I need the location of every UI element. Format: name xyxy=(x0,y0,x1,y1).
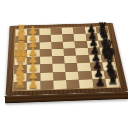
square[interactable]: ♟ xyxy=(27,81,40,90)
board-frame: ♜♟♟♜♞♟♟♞♝♟♟♝♛♟♟♛♚♟♟♚♝♟♟♝♞♟♟♞♜♟♟♜ xyxy=(6,23,128,96)
piece-black-rook[interactable]: ♜ xyxy=(107,73,119,86)
square[interactable] xyxy=(40,80,53,89)
square[interactable] xyxy=(51,49,64,57)
chess-set-photo: ♜♟♟♜♞♟♟♞♝♟♟♝♛♟♟♛♚♟♟♚♝♟♟♝♞♟♟♞♜♟♟♜ xyxy=(0,0,128,128)
square[interactable] xyxy=(65,71,79,80)
square[interactable]: ♜ xyxy=(14,81,27,90)
square[interactable] xyxy=(65,63,78,71)
square[interactable] xyxy=(66,80,80,89)
piece-black-pawn[interactable]: ♟ xyxy=(95,76,105,87)
square[interactable]: ♜ xyxy=(105,78,120,87)
square[interactable] xyxy=(39,42,51,50)
piece-white-rook[interactable]: ♜ xyxy=(14,77,26,90)
square[interactable] xyxy=(40,72,53,81)
square[interactable]: ♟ xyxy=(92,79,106,88)
square[interactable] xyxy=(39,49,51,57)
board-grid: ♜♟♟♜♞♟♟♞♝♟♟♝♛♟♟♛♚♟♟♚♝♟♟♝♞♟♟♞♜♟♟♜ xyxy=(14,27,120,91)
piece-white-pawn[interactable]: ♟ xyxy=(28,78,38,89)
square[interactable] xyxy=(79,79,93,88)
square[interactable] xyxy=(78,71,92,80)
scene: ♜♟♟♜♞♟♟♞♝♟♟♝♛♟♟♛♚♟♟♚♝♟♟♝♞♟♟♞♜♟♟♜ xyxy=(0,0,128,128)
square[interactable] xyxy=(53,80,67,89)
square[interactable] xyxy=(64,56,77,64)
square[interactable] xyxy=(75,48,88,56)
chess-board: ♜♟♟♜♞♟♟♞♝♟♟♝♛♟♟♛♚♟♟♚♝♟♟♝♞♟♟♞♜♟♟♜ xyxy=(6,23,128,96)
